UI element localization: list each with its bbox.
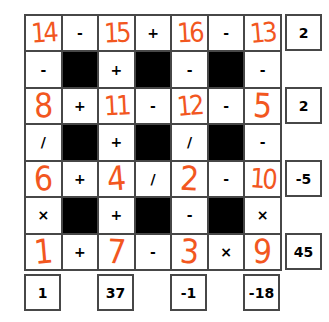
operator-symbol: - — [150, 99, 156, 113]
row-result-box-2: 2 — [285, 87, 322, 124]
blocked-cell — [209, 52, 244, 86]
handwritten-number: 6 — [33, 162, 54, 197]
operator-symbol: - — [260, 135, 266, 149]
operator-symbol: + — [74, 172, 86, 186]
operator-symbol: × — [37, 208, 49, 222]
operator-symbol: + — [74, 99, 86, 113]
blocked-cell — [136, 198, 171, 232]
operator-symbol: + — [147, 26, 159, 40]
answer-cell[interactable]: 9 — [245, 235, 280, 269]
answer-cell[interactable]: 3 — [172, 235, 207, 269]
answer-cell[interactable]: 13 — [245, 16, 280, 50]
handwritten-number: 13 — [249, 19, 276, 48]
blocked-cell — [209, 198, 244, 232]
operator-symbol: - — [40, 63, 46, 77]
operator-cell: × — [209, 235, 244, 269]
handwritten-number: 2 — [179, 162, 200, 197]
operator-cell: - — [172, 52, 207, 86]
col-result-box-1: 1 — [24, 274, 61, 311]
operator-cell: - — [136, 235, 171, 269]
handwritten-number: 8 — [33, 89, 53, 123]
blocked-cell — [136, 125, 171, 159]
operator-cell: + — [99, 125, 134, 159]
operator-cell: / — [172, 125, 207, 159]
operator-cell: + — [63, 89, 98, 123]
operator-cell: + — [99, 52, 134, 86]
operator-symbol: × — [220, 245, 232, 259]
operator-cell: × — [26, 198, 61, 232]
operator-cell: × — [245, 198, 280, 232]
answer-cell[interactable]: 1 — [26, 235, 61, 269]
operator-cell: - — [209, 162, 244, 196]
operator-cell: - — [209, 16, 244, 50]
operator-symbol: - — [150, 245, 156, 259]
answer-cell[interactable]: 10 — [245, 162, 280, 196]
operator-symbol: + — [74, 245, 86, 259]
handwritten-number: 14 — [30, 19, 56, 48]
row-result-box-3: -5 — [285, 160, 322, 197]
blocked-cell — [63, 52, 98, 86]
operator-symbol: - — [77, 26, 83, 40]
puzzle-grid: 14-15+16-13-+--8+11-12-5/+/-6+4/2-10×+-×… — [24, 14, 282, 271]
operator-symbol: + — [111, 135, 123, 149]
operator-symbol: + — [111, 208, 123, 222]
handwritten-number: 15 — [104, 19, 129, 47]
blocked-cell — [209, 125, 244, 159]
operator-symbol: - — [223, 172, 229, 186]
operator-cell: + — [99, 198, 134, 232]
operator-symbol: / — [187, 135, 192, 149]
operator-symbol: - — [187, 63, 193, 77]
operator-symbol: - — [223, 99, 229, 113]
row-result-box-1: 2 — [285, 14, 322, 51]
col-result-box-3: -1 — [170, 274, 207, 311]
answer-cell[interactable]: 2 — [172, 162, 207, 196]
operator-cell: - — [26, 52, 61, 86]
answer-cell[interactable]: 15 — [99, 16, 134, 50]
answer-cell[interactable]: 5 — [245, 89, 280, 123]
operator-cell: - — [245, 52, 280, 86]
operator-symbol: / — [41, 135, 46, 149]
operator-cell: / — [136, 162, 171, 196]
operator-cell: - — [209, 89, 244, 123]
answer-cell[interactable]: 12 — [172, 89, 207, 123]
answer-cell[interactable]: 4 — [99, 162, 134, 196]
handwritten-number: 4 — [105, 161, 127, 196]
handwritten-number: 3 — [179, 234, 200, 269]
answer-cell[interactable]: 7 — [99, 235, 134, 269]
operator-cell: + — [63, 162, 98, 196]
handwritten-number: 16 — [177, 19, 203, 47]
handwritten-number: 7 — [106, 234, 127, 269]
answer-cell[interactable]: 14 — [26, 16, 61, 50]
answer-cell[interactable]: 8 — [26, 89, 61, 123]
answer-cell[interactable]: 11 — [99, 89, 134, 123]
operator-symbol: - — [223, 26, 229, 40]
blocked-cell — [63, 198, 98, 232]
col-result-box-2: 37 — [97, 274, 134, 311]
handwritten-number: 1 — [32, 234, 54, 269]
operator-symbol: + — [111, 63, 123, 77]
operator-symbol: - — [187, 208, 193, 222]
handwritten-number: 11 — [103, 92, 129, 120]
crossmath-puzzle: 14-15+16-13-+--8+11-12-5/+/-6+4/2-10×+-×… — [0, 0, 329, 322]
handwritten-number: 5 — [252, 89, 273, 124]
answer-cell[interactable]: 16 — [172, 16, 207, 50]
col-result-box-4: -18 — [243, 274, 280, 311]
row-result-box-4: 45 — [285, 233, 322, 270]
operator-cell: + — [136, 16, 171, 50]
answer-cell[interactable]: 6 — [26, 162, 61, 196]
operator-cell: - — [136, 89, 171, 123]
handwritten-number: 10 — [250, 165, 276, 194]
operator-symbol: - — [260, 63, 266, 77]
blocked-cell — [136, 52, 171, 86]
operator-cell: / — [26, 125, 61, 159]
operator-cell: + — [63, 235, 98, 269]
operator-cell: - — [63, 16, 98, 50]
operator-cell: - — [245, 125, 280, 159]
operator-symbol: × — [257, 208, 269, 222]
handwritten-number: 12 — [176, 92, 203, 121]
handwritten-number: 9 — [253, 235, 273, 269]
operator-cell: - — [172, 198, 207, 232]
operator-symbol: / — [150, 172, 155, 186]
blocked-cell — [63, 125, 98, 159]
